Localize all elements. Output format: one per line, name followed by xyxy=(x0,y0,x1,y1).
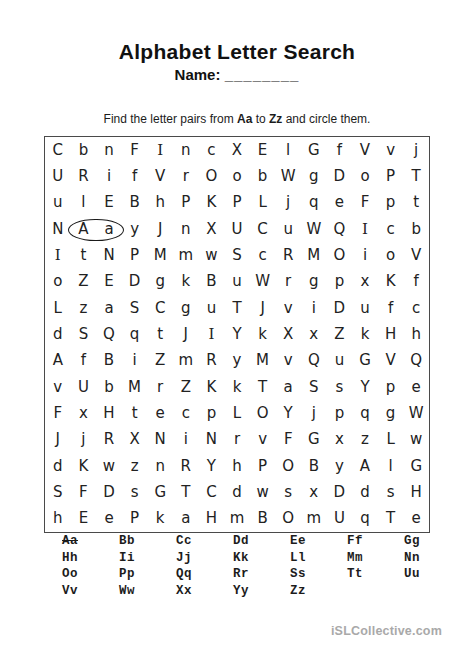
letter-pair-xx[interactable]: Xx xyxy=(176,584,233,601)
grid-cell-r6c1[interactable]: o xyxy=(45,269,71,295)
grid-cell-r4c3[interactable]: a xyxy=(96,216,122,242)
grid-cell-r4c15[interactable]: b xyxy=(403,216,429,242)
grid-cell-r8c14[interactable]: H xyxy=(378,321,404,347)
grid-cell-r11c7[interactable]: p xyxy=(199,400,225,426)
grid-cell-r9c15[interactable]: Q xyxy=(403,348,429,374)
grid-cell-r6c2[interactable]: Z xyxy=(71,269,97,295)
grid-cell-r14c7[interactable]: C xyxy=(199,479,225,505)
grid-cell-r3c1[interactable]: u xyxy=(45,190,71,216)
grid-cell-r11c9[interactable]: O xyxy=(250,400,276,426)
grid-cell-r6c15[interactable]: f xyxy=(403,269,429,295)
grid-cell-r15c8[interactable]: m xyxy=(224,506,250,532)
letter-pair-qq[interactable]: Qq xyxy=(176,567,233,584)
grid-cell-r6c10[interactable]: r xyxy=(275,269,301,295)
grid-cell-r4c8[interactable]: U xyxy=(224,216,250,242)
grid-cell-r13c5[interactable]: n xyxy=(147,453,173,479)
grid-cell-r10c15[interactable]: e xyxy=(403,374,429,400)
name-blank-field[interactable]: ________ xyxy=(225,66,300,83)
instruction-mid: to xyxy=(252,112,269,126)
grid-cell-r8c11[interactable]: x xyxy=(301,321,327,347)
grid-cell-r13c12[interactable]: y xyxy=(327,453,353,479)
grid-cell-r13c14[interactable]: l xyxy=(378,453,404,479)
grid-cell-r5c15[interactable]: V xyxy=(403,242,429,268)
grid-cell-r9c6[interactable]: m xyxy=(173,348,199,374)
grid-cell-r11c2[interactable]: x xyxy=(71,400,97,426)
grid-cell-r2c3[interactable]: i xyxy=(96,163,122,189)
letter-pair-yy[interactable]: Yy xyxy=(233,584,290,601)
grid-cell-r9c3[interactable]: B xyxy=(96,348,122,374)
grid-cell-r3c7[interactable]: K xyxy=(199,190,225,216)
letter-pair-dd[interactable]: Dd xyxy=(233,534,290,551)
grid-cell-r14c10[interactable]: s xyxy=(275,479,301,505)
grid-cell-r5c10[interactable]: R xyxy=(275,242,301,268)
grid-cell-r13c1[interactable]: d xyxy=(45,453,71,479)
grid-cell-r8c5[interactable]: t xyxy=(147,321,173,347)
grid-cell-r1c11[interactable]: G xyxy=(301,137,327,163)
letter-pair-oo[interactable]: Oo xyxy=(62,567,119,584)
letter-pair-ww[interactable]: Ww xyxy=(119,584,176,601)
instruction-prefix: Find the letter pairs from xyxy=(104,112,237,126)
grid-cell-r12c4[interactable]: X xyxy=(122,427,148,453)
grid-cell-r6c11[interactable]: g xyxy=(301,269,327,295)
grid-cell-r5c12[interactable]: O xyxy=(327,242,353,268)
grid-cell-r5c8[interactable]: S xyxy=(224,242,250,268)
grid-cell-r8c6[interactable]: J xyxy=(173,321,199,347)
instruction-suffix: and circle them. xyxy=(282,112,370,126)
grid-cell-r11c1[interactable]: F xyxy=(45,400,71,426)
grid-cell-r2c6[interactable]: r xyxy=(173,163,199,189)
grid-cell-r8c2[interactable]: S xyxy=(71,321,97,347)
grid-cell-r15c4[interactable]: P xyxy=(122,506,148,532)
grid-cell-r9c8[interactable]: y xyxy=(224,348,250,374)
letter-pair-zz[interactable]: Zz xyxy=(290,584,347,601)
grid-cell-r7c7[interactable]: u xyxy=(199,295,225,321)
grid-cell-r12c5[interactable]: N xyxy=(147,427,173,453)
grid-cell-r10c4[interactable]: M xyxy=(122,374,148,400)
grid-cell-r12c1[interactable]: J xyxy=(45,427,71,453)
grid-cell-r9c14[interactable]: V xyxy=(378,348,404,374)
grid-cell-r7c13[interactable]: u xyxy=(352,295,378,321)
grid-cell-r1c13[interactable]: V xyxy=(352,137,378,163)
grid-cell-r7c5[interactable]: C xyxy=(147,295,173,321)
grid-cell-r13c7[interactable]: Y xyxy=(199,453,225,479)
grid-cell-r11c6[interactable]: c xyxy=(173,400,199,426)
grid-cell-r7c11[interactable]: i xyxy=(301,295,327,321)
grid-cell-r6c12[interactable]: p xyxy=(327,269,353,295)
grid-cell-r6c4[interactable]: D xyxy=(122,269,148,295)
grid-cell-r6c7[interactable]: B xyxy=(199,269,225,295)
grid-cell-r15c1[interactable]: h xyxy=(45,506,71,532)
grid-cell-r1c8[interactable]: X xyxy=(224,137,250,163)
grid-cell-r13c11[interactable]: B xyxy=(301,453,327,479)
grid-cell-r3c11[interactable]: q xyxy=(301,190,327,216)
grid-cell-r7c1[interactable]: L xyxy=(45,295,71,321)
grid-cell-r7c4[interactable]: S xyxy=(122,295,148,321)
letter-pair-jj[interactable]: Jj xyxy=(176,551,233,568)
grid-cell-r14c11[interactable]: x xyxy=(301,479,327,505)
grid-cell-r9c1[interactable]: A xyxy=(45,348,71,374)
grid-cell-r6c14[interactable]: K xyxy=(378,269,404,295)
letter-pair-ll[interactable]: Ll xyxy=(290,551,347,568)
grid-cell-r3c10[interactable]: j xyxy=(275,190,301,216)
grid-cell-r10c6[interactable]: Z xyxy=(173,374,199,400)
letter-pair-kk[interactable]: Kk xyxy=(233,551,290,568)
grid-cell-r15c13[interactable]: q xyxy=(352,506,378,532)
grid-cell-r1c5[interactable]: I xyxy=(147,137,173,163)
grid-cell-r15c9[interactable]: B xyxy=(250,506,276,532)
grid-cell-r11c3[interactable]: H xyxy=(96,400,122,426)
grid-cell-r11c5[interactable]: e xyxy=(147,400,173,426)
grid-cell-r7c2[interactable]: z xyxy=(71,295,97,321)
grid-cell-r3c13[interactable]: F xyxy=(352,190,378,216)
grid-cell-r12c6[interactable]: i xyxy=(173,427,199,453)
grid-cell-r7c14[interactable]: f xyxy=(378,295,404,321)
grid-cell-r12c2[interactable]: j xyxy=(71,427,97,453)
grid-cell-r15c11[interactable]: m xyxy=(301,506,327,532)
grid-cell-r10c9[interactable]: T xyxy=(250,374,276,400)
grid-cell-r1c10[interactable]: l xyxy=(275,137,301,163)
grid-cell-r10c5[interactable]: r xyxy=(147,374,173,400)
grid-cell-r2c10[interactable]: W xyxy=(275,163,301,189)
grid-cell-r8c4[interactable]: q xyxy=(122,321,148,347)
grid-cell-r13c6[interactable]: R xyxy=(173,453,199,479)
grid-cell-r14c5[interactable]: G xyxy=(147,479,173,505)
grid-cell-r7c9[interactable]: J xyxy=(250,295,276,321)
grid-cell-r14c9[interactable]: w xyxy=(250,479,276,505)
grid-cell-r1c6[interactable]: n xyxy=(173,137,199,163)
grid-cell-r15c14[interactable]: T xyxy=(378,506,404,532)
grid-cell-r13c10[interactable]: O xyxy=(275,453,301,479)
grid-cell-r15c15[interactable]: e xyxy=(403,506,429,532)
instruction-pair-zz: Zz xyxy=(269,112,282,126)
letter-pair-cc[interactable]: Cc xyxy=(176,534,233,551)
grid-cell-r10c7[interactable]: K xyxy=(199,374,225,400)
grid-cell-r14c1[interactable]: S xyxy=(45,479,71,505)
grid-cell-r10c1[interactable]: v xyxy=(45,374,71,400)
grid-cell-r5c6[interactable]: m xyxy=(173,242,199,268)
grid-cell-r10c14[interactable]: p xyxy=(378,374,404,400)
grid-cell-r3c2[interactable]: l xyxy=(71,190,97,216)
grid-cell-r10c8[interactable]: k xyxy=(224,374,250,400)
grid-cell-r6c6[interactable]: k xyxy=(173,269,199,295)
grid-cell-r10c3[interactable]: b xyxy=(96,374,122,400)
grid-cell-r6c3[interactable]: E xyxy=(96,269,122,295)
grid-cell-r15c10[interactable]: O xyxy=(275,506,301,532)
grid-cell-r14c3[interactable]: D xyxy=(96,479,122,505)
grid-cell-r13c8[interactable]: h xyxy=(224,453,250,479)
grid-cell-r14c6[interactable]: T xyxy=(173,479,199,505)
grid-cell-r3c14[interactable]: p xyxy=(378,190,404,216)
grid-cell-r12c11[interactable]: G xyxy=(301,427,327,453)
grid-cell-r8c13[interactable]: k xyxy=(352,321,378,347)
grid-cell-r4c7[interactable]: X xyxy=(199,216,225,242)
grid-cell-r9c9[interactable]: M xyxy=(250,348,276,374)
grid-cell-r9c7[interactable]: R xyxy=(199,348,225,374)
letter-pair-ff[interactable]: Ff xyxy=(347,534,404,551)
grid-cell-r9c2[interactable]: f xyxy=(71,348,97,374)
grid-cell-r9c10[interactable]: v xyxy=(275,348,301,374)
grid-cell-r1c15[interactable]: j xyxy=(403,137,429,163)
grid-cell-r12c7[interactable]: N xyxy=(199,427,225,453)
grid-cell-r14c14[interactable]: s xyxy=(378,479,404,505)
grid-cell-r5c4[interactable]: P xyxy=(122,242,148,268)
grid-cell-r11c4[interactable]: t xyxy=(122,400,148,426)
grid-cell-r4c12[interactable]: Q xyxy=(327,216,353,242)
grid-cell-r2c5[interactable]: V xyxy=(147,163,173,189)
name-label: Name: xyxy=(175,66,221,83)
grid-cell-r7c8[interactable]: T xyxy=(224,295,250,321)
grid-cell-r5c13[interactable]: i xyxy=(352,242,378,268)
grid-cell-r4c9[interactable]: C xyxy=(250,216,276,242)
grid-cell-r2c12[interactable]: D xyxy=(327,163,353,189)
grid-cell-r1c2[interactable]: b xyxy=(71,137,97,163)
grid-cell-r12c14[interactable]: L xyxy=(378,427,404,453)
grid-cell-r4c2[interactable]: A xyxy=(71,216,97,242)
grid-cell-r2c2[interactable]: R xyxy=(71,163,97,189)
grid-cell-r8c9[interactable]: k xyxy=(250,321,276,347)
grid-cell-r3c9[interactable]: L xyxy=(250,190,276,216)
grid-cell-r8c15[interactable]: h xyxy=(403,321,429,347)
grid-cell-r11c14[interactable]: g xyxy=(378,400,404,426)
grid-cell-r3c8[interactable]: P xyxy=(224,190,250,216)
grid-cell-r13c2[interactable]: K xyxy=(71,453,97,479)
grid-cell-r2c13[interactable]: o xyxy=(352,163,378,189)
grid-cell-r5c2[interactable]: t xyxy=(71,242,97,268)
grid-cell-r14c12[interactable]: D xyxy=(327,479,353,505)
grid-cell-r6c9[interactable]: W xyxy=(250,269,276,295)
grid-cell-r4c10[interactable]: u xyxy=(275,216,301,242)
grid-cell-r3c5[interactable]: h xyxy=(147,190,173,216)
grid-cell-r14c8[interactable]: d xyxy=(224,479,250,505)
grid-cell-r15c6[interactable]: a xyxy=(173,506,199,532)
grid-cell-r8c10[interactable]: X xyxy=(275,321,301,347)
grid-cell-r12c3[interactable]: R xyxy=(96,427,122,453)
grid-cell-r4c11[interactable]: W xyxy=(301,216,327,242)
grid-cell-r9c12[interactable]: u xyxy=(327,348,353,374)
grid-cell-r11c13[interactable]: q xyxy=(352,400,378,426)
grid-cell-r2c1[interactable]: U xyxy=(45,163,71,189)
grid-cell-r14c13[interactable]: d xyxy=(352,479,378,505)
grid-cell-r8c3[interactable]: Q xyxy=(96,321,122,347)
grid-cell-r8c8[interactable]: Y xyxy=(224,321,250,347)
grid-cell-r12c13[interactable]: z xyxy=(352,427,378,453)
grid-cell-r1c3[interactable]: n xyxy=(96,137,122,163)
grid-cell-r4c5[interactable]: J xyxy=(147,216,173,242)
grid-cell-r5c7[interactable]: w xyxy=(199,242,225,268)
grid-cell-r9c11[interactable]: Q xyxy=(301,348,327,374)
grid-cell-r2c8[interactable]: o xyxy=(224,163,250,189)
grid-cell-r1c4[interactable]: F xyxy=(122,137,148,163)
letter-pair-vv[interactable]: Vv xyxy=(62,584,119,601)
grid-cell-r13c15[interactable]: G xyxy=(403,453,429,479)
grid-cell-r5c14[interactable]: o xyxy=(378,242,404,268)
grid-cell-r13c13[interactable]: A xyxy=(352,453,378,479)
grid-cell-r12c8[interactable]: r xyxy=(224,427,250,453)
grid-cell-r5c11[interactable]: M xyxy=(301,242,327,268)
page-title: Alphabet Letter Search xyxy=(0,40,474,64)
grid-cell-r7c15[interactable]: c xyxy=(403,295,429,321)
grid-cell-r10c2[interactable]: U xyxy=(71,374,97,400)
letter-pair-pp[interactable]: Pp xyxy=(119,567,176,584)
grid-cell-r6c8[interactable]: u xyxy=(224,269,250,295)
grid-cell-r2c14[interactable]: P xyxy=(378,163,404,189)
grid-cell-r3c6[interactable]: P xyxy=(173,190,199,216)
grid-cell-r10c11[interactable]: S xyxy=(301,374,327,400)
grid-cell-r2c15[interactable]: T xyxy=(403,163,429,189)
grid-cell-r3c15[interactable]: t xyxy=(403,190,429,216)
grid-cell-r4c4[interactable]: y xyxy=(122,216,148,242)
grid-cell-r3c3[interactable]: E xyxy=(96,190,122,216)
grid-cell-r8c7[interactable]: I xyxy=(199,321,225,347)
grid-cell-r9c13[interactable]: G xyxy=(352,348,378,374)
letter-pair-gg[interactable]: Gg xyxy=(404,534,461,551)
grid-cell-r13c9[interactable]: P xyxy=(250,453,276,479)
grid-cell-r8c12[interactable]: Z xyxy=(327,321,353,347)
grid-cell-r6c13[interactable]: x xyxy=(352,269,378,295)
letter-pair-tt[interactable]: Tt xyxy=(347,567,404,584)
grid-cell-r13c3[interactable]: w xyxy=(96,453,122,479)
grid-cell-r8c1[interactable]: d xyxy=(45,321,71,347)
grid-cell-r15c7[interactable]: H xyxy=(199,506,225,532)
grid-cell-r14c15[interactable]: H xyxy=(403,479,429,505)
letter-pair-bb[interactable]: Bb xyxy=(119,534,176,551)
grid-cell-r4c1[interactable]: N xyxy=(45,216,71,242)
grid-cell-r4c13[interactable]: I xyxy=(352,216,378,242)
grid-cell-r1c9[interactable]: E xyxy=(250,137,276,163)
grid-cell-r12c10[interactable]: F xyxy=(275,427,301,453)
grid-cell-r5c5[interactable]: M xyxy=(147,242,173,268)
grid-cell-r7c12[interactable]: D xyxy=(327,295,353,321)
grid-cell-r4c14[interactable]: c xyxy=(378,216,404,242)
grid-cell-r15c2[interactable]: E xyxy=(71,506,97,532)
grid-cell-r15c5[interactable]: k xyxy=(147,506,173,532)
letter-pair-ee[interactable]: Ee xyxy=(290,534,347,551)
grid-cell-r1c1[interactable]: C xyxy=(45,137,71,163)
letter-pair-nn[interactable]: Nn xyxy=(404,551,461,568)
grid-cell-r7c6[interactable]: g xyxy=(173,295,199,321)
grid-cell-r9c5[interactable]: Z xyxy=(147,348,173,374)
grid-cell-r14c4[interactable]: s xyxy=(122,479,148,505)
grid-cell-r2c7[interactable]: O xyxy=(199,163,225,189)
grid-cell-r3c4[interactable]: B xyxy=(122,190,148,216)
grid-cell-r10c13[interactable]: Y xyxy=(352,374,378,400)
letter-pair-list: AaBbCcDdEeFfGgHhIiJjKkLlMmNnOoPpQqRrSsTt… xyxy=(48,534,428,600)
letter-pair-ss[interactable]: Ss xyxy=(290,567,347,584)
instruction-text: Find the letter pairs from Aa to Zz and … xyxy=(0,112,474,126)
grid-cell-r1c7[interactable]: c xyxy=(199,137,225,163)
grid-cell-r7c10[interactable]: v xyxy=(275,295,301,321)
grid-cell-r11c11[interactable]: j xyxy=(301,400,327,426)
grid-cell-r5c1[interactable]: I xyxy=(45,242,71,268)
grid-cell-r2c4[interactable]: f xyxy=(122,163,148,189)
grid-cell-r4c6[interactable]: n xyxy=(173,216,199,242)
instruction-pair-aa: Aa xyxy=(237,112,252,126)
grid-cell-r15c12[interactable]: U xyxy=(327,506,353,532)
name-line: Name: ________ xyxy=(0,66,474,83)
grid-cell-r2c11[interactable]: g xyxy=(301,163,327,189)
grid-cell-r13c4[interactable]: z xyxy=(122,453,148,479)
grid-cell-r6c5[interactable]: g xyxy=(147,269,173,295)
grid-cell-r11c8[interactable]: L xyxy=(224,400,250,426)
grid-cell-r1c12[interactable]: f xyxy=(327,137,353,163)
watermark-isl-collective: iSLCollective.com xyxy=(331,624,442,638)
grid-cell-r9c4[interactable]: i xyxy=(122,348,148,374)
grid-cell-r11c12[interactable]: p xyxy=(327,400,353,426)
grid-cell-r12c12[interactable]: x xyxy=(327,427,353,453)
grid-cell-r11c15[interactable]: W xyxy=(403,400,429,426)
letter-pair-mm[interactable]: Mm xyxy=(347,551,404,568)
grid-cell-r15c3[interactable]: e xyxy=(96,506,122,532)
letter-pair-aa[interactable]: Aa xyxy=(62,534,119,551)
grid-cell-r14c2[interactable]: F xyxy=(71,479,97,505)
grid-cell-r10c12[interactable]: s xyxy=(327,374,353,400)
grid-cell-r11c10[interactable]: Y xyxy=(275,400,301,426)
grid-cell-r5c3[interactable]: N xyxy=(96,242,122,268)
letter-pair-ii[interactable]: Ii xyxy=(119,551,176,568)
grid-cell-r1c14[interactable]: v xyxy=(378,137,404,163)
letter-grid: CbnFIncXElGfVvjURifVrOobWgDoPTulEBhPKPLj… xyxy=(44,136,430,533)
letter-pair-hh[interactable]: Hh xyxy=(62,551,119,568)
grid-cell-r12c9[interactable]: v xyxy=(250,427,276,453)
grid-cell-r10c10[interactable]: a xyxy=(275,374,301,400)
letter-pair-rr[interactable]: Rr xyxy=(233,567,290,584)
grid-cell-r3c12[interactable]: e xyxy=(327,190,353,216)
grid-cell-r12c15[interactable]: w xyxy=(403,427,429,453)
grid-cell-r5c9[interactable]: c xyxy=(250,242,276,268)
grid-cell-r2c9[interactable]: b xyxy=(250,163,276,189)
letter-pair-uu[interactable]: Uu xyxy=(404,567,461,584)
grid-cell-r7c3[interactable]: a xyxy=(96,295,122,321)
